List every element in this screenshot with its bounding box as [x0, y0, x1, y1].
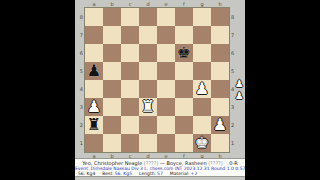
game-length: Length:57 — [139, 171, 163, 176]
white-pawn-a3[interactable]: ♟ — [85, 97, 103, 115]
file-label-top-c: c — [121, 1, 139, 7]
square-c1[interactable] — [121, 134, 139, 152]
square-e3[interactable] — [157, 98, 175, 116]
black-king-f6[interactable]: ♚ — [175, 43, 193, 61]
square-h4[interactable] — [211, 80, 229, 98]
square-g3[interactable] — [193, 98, 211, 116]
square-f5[interactable] — [175, 62, 193, 80]
square-e7[interactable] — [157, 26, 175, 44]
square-c5[interactable] — [121, 62, 139, 80]
file-label-top-d: d — [139, 1, 157, 7]
square-e5[interactable] — [157, 62, 175, 80]
square-d5[interactable] — [139, 62, 157, 80]
square-d1[interactable] — [139, 134, 157, 152]
square-h6[interactable] — [211, 44, 229, 62]
square-g2[interactable] — [193, 116, 211, 134]
square-f1[interactable] — [175, 134, 193, 152]
square-a6[interactable] — [85, 44, 103, 62]
square-g7[interactable] — [193, 26, 211, 44]
square-a2[interactable]: ♜ — [85, 116, 103, 134]
square-b4[interactable] — [103, 80, 121, 98]
rank-label-right-2: 2 — [231, 116, 238, 134]
rank-label-left-4: 4 — [76, 80, 83, 98]
white-king-g1[interactable]: ♚ — [193, 133, 211, 151]
square-c6[interactable] — [121, 44, 139, 62]
rank-label-right-1: 1 — [231, 134, 238, 152]
square-g6[interactable] — [193, 44, 211, 62]
rank-label-left-5: 5 — [76, 62, 83, 80]
square-c8[interactable] — [121, 8, 139, 26]
square-c7[interactable] — [121, 26, 139, 44]
square-f4[interactable] — [175, 80, 193, 98]
square-h1[interactable] — [211, 134, 229, 152]
rank-label-left-3: 3 — [76, 98, 83, 116]
square-c2[interactable] — [121, 116, 139, 134]
square-b2[interactable] — [103, 116, 121, 134]
rank-label-left-2: 2 — [76, 116, 83, 134]
square-g1[interactable]: ♚ — [193, 134, 211, 152]
square-b5[interactable] — [103, 62, 121, 80]
square-b1[interactable] — [103, 134, 121, 152]
square-a8[interactable] — [85, 8, 103, 26]
white-rook-d3[interactable]: ♜ — [139, 97, 157, 115]
square-d6[interactable] — [139, 44, 157, 62]
square-c4[interactable] — [121, 80, 139, 98]
rank-label-left-7: 7 — [76, 26, 83, 44]
rank-label-right-7: 7 — [231, 26, 238, 44]
tray-pawn-icon: ♟ — [235, 91, 244, 101]
caption-panel: Yeo, Christopher Neagle (????) — Boyce, … — [75, 158, 245, 177]
video-frame: { "game": "chess", "position": "8/8/5k2/… — [0, 0, 320, 180]
square-d8[interactable] — [139, 8, 157, 26]
file-label-top-b: b — [103, 1, 121, 7]
square-g8[interactable] — [193, 8, 211, 26]
square-h7[interactable] — [211, 26, 229, 44]
square-f6[interactable]: ♚ — [175, 44, 193, 62]
square-f8[interactable] — [175, 8, 193, 26]
chess-board[interactable]: ♚♟♟♟♜♜♟♚ — [84, 7, 230, 153]
square-e4[interactable] — [157, 80, 175, 98]
square-b7[interactable] — [103, 26, 121, 44]
square-a5[interactable]: ♟ — [85, 62, 103, 80]
square-b8[interactable] — [103, 8, 121, 26]
square-e2[interactable] — [157, 116, 175, 134]
square-f7[interactable] — [175, 26, 193, 44]
white-pawn-g4[interactable]: ♟ — [193, 79, 211, 97]
white-pawn-h2[interactable]: ♟ — [211, 115, 229, 133]
square-e6[interactable] — [157, 44, 175, 62]
square-d7[interactable] — [139, 26, 157, 44]
square-h5[interactable] — [211, 62, 229, 80]
square-g5[interactable] — [193, 62, 211, 80]
square-a1[interactable] — [85, 134, 103, 152]
square-e1[interactable] — [157, 134, 175, 152]
square-h3[interactable] — [211, 98, 229, 116]
black-rook-a2[interactable]: ♜ — [85, 115, 103, 133]
rank-label-left-1: 1 — [76, 134, 83, 152]
move-played: 56. Kg4 — [78, 171, 95, 176]
file-label-top-g: g — [193, 1, 211, 7]
square-h8[interactable] — [211, 8, 229, 26]
material-balance: Material:+2 — [170, 171, 197, 176]
best-move: Best:56. Kg5 — [102, 171, 132, 176]
move-info-line: 56. Kg4 Best:56. Kg5 Length:57 Material:… — [75, 171, 245, 176]
square-e8[interactable] — [157, 8, 175, 26]
square-g4[interactable]: ♟ — [193, 80, 211, 98]
square-d4[interactable] — [139, 80, 157, 98]
square-d2[interactable] — [139, 116, 157, 134]
square-b6[interactable] — [103, 44, 121, 62]
square-a4[interactable] — [85, 80, 103, 98]
file-label-top-f: f — [175, 1, 193, 7]
rank-label-right-6: 6 — [231, 44, 238, 62]
file-label-top-a: a — [85, 1, 103, 7]
rank-label-right-8: 8 — [231, 8, 238, 26]
square-c3[interactable] — [121, 98, 139, 116]
black-pawn-a5[interactable]: ♟ — [85, 61, 103, 79]
board-panel: ♚♟♟♟♜♜♟♚ aabbccddeeffgghh887766554433221… — [75, 0, 245, 180]
tray-pawn-icon: ♟ — [235, 79, 244, 89]
square-f3[interactable] — [175, 98, 193, 116]
square-f2[interactable] — [175, 116, 193, 134]
file-label-top-e: e — [157, 1, 175, 7]
rank-label-left-6: 6 — [76, 44, 83, 62]
file-label-top-h: h — [211, 1, 229, 7]
square-a7[interactable] — [85, 26, 103, 44]
rank-label-left-8: 8 — [76, 8, 83, 26]
square-a3[interactable]: ♟ — [85, 98, 103, 116]
square-d3[interactable]: ♜ — [139, 98, 157, 116]
square-b3[interactable] — [103, 98, 121, 116]
square-h2[interactable]: ♟ — [211, 116, 229, 134]
